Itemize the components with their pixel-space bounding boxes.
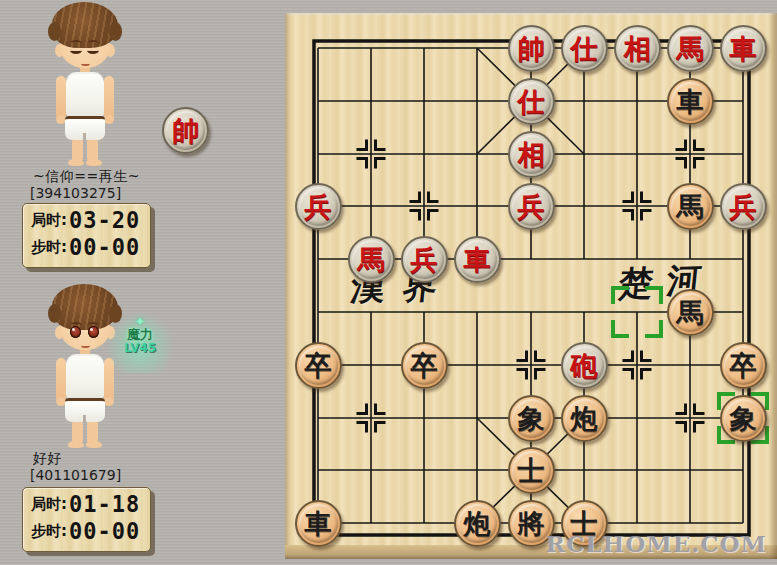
avatar-foot bbox=[86, 159, 102, 166]
piece-glyph: 兵 bbox=[411, 246, 438, 273]
piece-black-a[interactable]: 士 bbox=[508, 447, 555, 494]
piece-glyph: 卒 bbox=[730, 352, 757, 379]
piece-red-C[interactable]: 砲 bbox=[561, 342, 608, 389]
avatar-hair bbox=[52, 2, 118, 48]
piece-red-P[interactable]: 兵 bbox=[401, 236, 448, 283]
piece-glyph: 卒 bbox=[411, 352, 438, 379]
piece-glyph: 將 bbox=[518, 510, 545, 537]
piece-red-P[interactable]: 兵 bbox=[295, 183, 342, 230]
piece-black-c[interactable]: 炮 bbox=[561, 395, 608, 442]
avatar-eyebrow bbox=[87, 40, 99, 46]
piece-glyph: 馬 bbox=[677, 35, 704, 62]
avatar-foot bbox=[86, 441, 102, 448]
bottom-player-name: 好好 bbox=[33, 450, 62, 468]
board-right-bevel bbox=[769, 13, 777, 559]
avatar-tank-top bbox=[66, 354, 104, 400]
piece-glyph: 炮 bbox=[464, 510, 491, 537]
piece-glyph: 帥 bbox=[518, 35, 545, 62]
game-time-value: 03-20 bbox=[69, 208, 140, 234]
piece-red-A[interactable]: 仕 bbox=[561, 25, 608, 72]
top-player-name: ~信仰==再生~ bbox=[33, 168, 140, 186]
avatar-eye-open bbox=[88, 326, 99, 338]
game-time-label: 局时: bbox=[31, 495, 67, 514]
game-time-row: 局时: 03-20 bbox=[23, 207, 150, 234]
piece-glyph: 車 bbox=[730, 35, 757, 62]
avatar-eye-open bbox=[70, 326, 81, 338]
avatar-leg bbox=[87, 421, 98, 443]
piece-glyph: 兵 bbox=[518, 193, 545, 220]
piece-glyph: 仕 bbox=[571, 35, 598, 62]
red-side-indicator-piece: 帥 bbox=[162, 107, 209, 154]
piece-black-p[interactable]: 卒 bbox=[295, 342, 342, 389]
move-time-label: 步时: bbox=[31, 522, 67, 541]
piece-red-K[interactable]: 帥 bbox=[508, 25, 555, 72]
piece-red-P[interactable]: 兵 bbox=[508, 183, 555, 230]
piece-glyph: 相 bbox=[624, 35, 651, 62]
piece-glyph: 象 bbox=[518, 405, 545, 432]
last-move-from-marker bbox=[611, 286, 663, 338]
game-time-row: 局时: 01-18 bbox=[23, 491, 150, 518]
avatar-arm bbox=[56, 76, 66, 120]
move-time-value: 00-00 bbox=[69, 519, 140, 545]
piece-red-P[interactable]: 兵 bbox=[720, 183, 767, 230]
piece-black-r[interactable]: 車 bbox=[667, 78, 714, 125]
piece-black-p[interactable]: 卒 bbox=[401, 342, 448, 389]
xiangqi-game-window: 帥 ~信仰==再生~ [394103275] 局时: 03-20 步时: 00-… bbox=[0, 0, 777, 565]
piece-red-H[interactable]: 馬 bbox=[667, 25, 714, 72]
move-time-row: 步时: 00-00 bbox=[23, 518, 150, 545]
avatar-mouth bbox=[81, 61, 90, 66]
piece-black-c[interactable]: 炮 bbox=[454, 500, 501, 547]
watermark-text: RCLHOME.COM bbox=[546, 530, 767, 557]
magic-effect-badge: ✦ 魔力 LV45 bbox=[110, 315, 170, 369]
piece-glyph: 士 bbox=[518, 457, 545, 484]
game-time-value: 01-18 bbox=[69, 492, 140, 518]
top-player-clock: 局时: 03-20 步时: 00-00 bbox=[22, 203, 151, 268]
piece-black-h[interactable]: 馬 bbox=[667, 183, 714, 230]
avatar-shorts bbox=[65, 116, 105, 140]
piece-glyph: 馬 bbox=[677, 193, 704, 220]
piece-black-e[interactable]: 象 bbox=[720, 395, 767, 442]
piece-glyph: 兵 bbox=[305, 193, 332, 220]
avatar-shorts bbox=[65, 398, 105, 422]
avatar-tank-top bbox=[66, 72, 104, 118]
piece-red-H[interactable]: 馬 bbox=[348, 236, 395, 283]
piece-glyph: 砲 bbox=[571, 352, 598, 379]
piece-glyph: 相 bbox=[518, 141, 545, 168]
avatar-arm bbox=[56, 358, 66, 402]
bottom-player-clock: 局时: 01-18 步时: 00-00 bbox=[22, 487, 151, 552]
magic-effect-level: LV45 bbox=[110, 342, 170, 355]
piece-red-A[interactable]: 仕 bbox=[508, 78, 555, 125]
piece-glyph: 馬 bbox=[358, 246, 385, 273]
avatar-leg bbox=[72, 421, 83, 443]
move-time-row: 步时: 00-00 bbox=[23, 234, 150, 261]
avatar-eyebrow bbox=[70, 40, 82, 46]
avatar-mouth bbox=[81, 343, 90, 348]
avatar-foot bbox=[68, 159, 84, 166]
piece-glyph: 車 bbox=[305, 510, 332, 537]
avatar-leg bbox=[87, 139, 98, 161]
piece-black-h[interactable]: 馬 bbox=[667, 289, 714, 336]
avatar-foot bbox=[68, 441, 84, 448]
piece-black-e[interactable]: 象 bbox=[508, 395, 555, 442]
piece-glyph: 炮 bbox=[571, 405, 598, 432]
piece-glyph: 車 bbox=[464, 246, 491, 273]
piece-black-p[interactable]: 卒 bbox=[720, 342, 767, 389]
piece-glyph: 兵 bbox=[730, 193, 757, 220]
avatar-eye-closed bbox=[70, 47, 82, 54]
piece-red-R[interactable]: 車 bbox=[720, 25, 767, 72]
piece-red-R[interactable]: 車 bbox=[454, 236, 501, 283]
piece-black-r[interactable]: 車 bbox=[295, 500, 342, 547]
piece-red-E[interactable]: 相 bbox=[614, 25, 661, 72]
piece-glyph: 馬 bbox=[677, 299, 704, 326]
bottom-player-id: [401101679] bbox=[30, 467, 121, 483]
avatar-arm bbox=[104, 76, 114, 120]
piece-glyph: 仕 bbox=[518, 88, 545, 115]
avatar-eye-closed bbox=[87, 47, 99, 54]
xiangqi-board[interactable]: 漢界楚河 帥仕相馬車仕車相兵兵馬兵馬兵車馬卒卒砲卒象炮象士車炮將士 RCLHOM… bbox=[285, 13, 777, 559]
avatar-top-player bbox=[25, 2, 145, 168]
move-time-label: 步时: bbox=[31, 238, 67, 257]
piece-glyph: 車 bbox=[677, 88, 704, 115]
piece-glyph: 象 bbox=[730, 405, 757, 432]
top-player-id: [394103275] bbox=[30, 185, 121, 201]
magic-effect-name: 魔力 bbox=[110, 328, 170, 342]
avatar-leg bbox=[72, 139, 83, 161]
general-glyph: 帥 bbox=[172, 117, 199, 144]
piece-red-E[interactable]: 相 bbox=[508, 131, 555, 178]
piece-glyph: 卒 bbox=[305, 352, 332, 379]
move-time-value: 00-00 bbox=[69, 235, 140, 261]
game-time-label: 局时: bbox=[31, 211, 67, 230]
